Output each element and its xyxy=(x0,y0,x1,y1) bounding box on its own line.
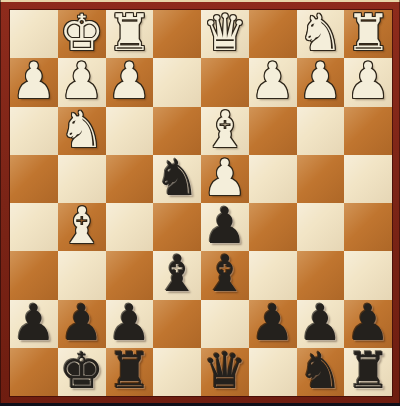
square-c5[interactable] xyxy=(249,203,297,251)
square-c7[interactable]: ♟ xyxy=(249,300,297,348)
white-pawn-piece[interactable]: ♟ xyxy=(11,58,56,106)
square-g1[interactable]: ♚ xyxy=(58,10,106,58)
square-h4[interactable] xyxy=(10,155,58,203)
white-knight-piece[interactable]: ♞ xyxy=(59,107,104,155)
square-e6[interactable]: ♝ xyxy=(153,251,201,299)
square-g4[interactable] xyxy=(58,155,106,203)
square-h8[interactable] xyxy=(10,348,58,396)
square-b6[interactable] xyxy=(297,251,345,299)
square-h7[interactable]: ♟ xyxy=(10,300,58,348)
square-c1[interactable] xyxy=(249,10,297,58)
board-frame: ♚♜♛♞♜♟♟♟♟♟♟♞♝♞♟♝♟♝♝♟♟♟♟♟♟♚♜♛♞♜ xyxy=(0,0,400,406)
white-rook-piece[interactable]: ♜ xyxy=(346,10,391,58)
black-pawn-piece[interactable]: ♟ xyxy=(11,300,56,348)
white-king-piece[interactable]: ♚ xyxy=(59,10,104,58)
square-h5[interactable] xyxy=(10,203,58,251)
square-a7[interactable]: ♟ xyxy=(344,300,392,348)
square-b2[interactable]: ♟ xyxy=(297,58,345,106)
square-b1[interactable]: ♞ xyxy=(297,10,345,58)
black-pawn-piece[interactable]: ♟ xyxy=(202,203,247,251)
square-f8[interactable]: ♜ xyxy=(106,348,154,396)
square-e3[interactable] xyxy=(153,107,201,155)
white-pawn-piece[interactable]: ♟ xyxy=(107,58,152,106)
black-pawn-piece[interactable]: ♟ xyxy=(250,300,295,348)
black-king-piece[interactable]: ♚ xyxy=(59,348,104,396)
white-bishop-piece[interactable]: ♝ xyxy=(59,203,104,251)
white-pawn-piece[interactable]: ♟ xyxy=(298,58,343,106)
black-rook-piece[interactable]: ♜ xyxy=(107,348,152,396)
square-d8[interactable]: ♛ xyxy=(201,348,249,396)
black-pawn-piece[interactable]: ♟ xyxy=(346,300,391,348)
white-bishop-piece[interactable]: ♝ xyxy=(202,107,247,155)
square-b4[interactable] xyxy=(297,155,345,203)
square-d6[interactable]: ♝ xyxy=(201,251,249,299)
square-d4[interactable]: ♟ xyxy=(201,155,249,203)
square-d1[interactable]: ♛ xyxy=(201,10,249,58)
black-bishop-piece[interactable]: ♝ xyxy=(155,251,200,299)
square-c3[interactable] xyxy=(249,107,297,155)
square-b7[interactable]: ♟ xyxy=(297,300,345,348)
black-bishop-piece[interactable]: ♝ xyxy=(202,251,247,299)
square-c4[interactable] xyxy=(249,155,297,203)
square-e2[interactable] xyxy=(153,58,201,106)
square-a2[interactable]: ♟ xyxy=(344,58,392,106)
black-pawn-piece[interactable]: ♟ xyxy=(298,300,343,348)
square-f1[interactable]: ♜ xyxy=(106,10,154,58)
black-pawn-piece[interactable]: ♟ xyxy=(107,300,152,348)
square-h1[interactable] xyxy=(10,10,58,58)
white-pawn-piece[interactable]: ♟ xyxy=(250,58,295,106)
square-d2[interactable] xyxy=(201,58,249,106)
square-f7[interactable]: ♟ xyxy=(106,300,154,348)
white-pawn-piece[interactable]: ♟ xyxy=(202,155,247,203)
white-pawn-piece[interactable]: ♟ xyxy=(346,58,391,106)
square-b3[interactable] xyxy=(297,107,345,155)
frame-top-edge xyxy=(0,0,400,2)
square-d7[interactable] xyxy=(201,300,249,348)
square-e8[interactable] xyxy=(153,348,201,396)
black-pawn-piece[interactable]: ♟ xyxy=(59,300,104,348)
square-f5[interactable] xyxy=(106,203,154,251)
square-e7[interactable] xyxy=(153,300,201,348)
square-g7[interactable]: ♟ xyxy=(58,300,106,348)
square-d3[interactable]: ♝ xyxy=(201,107,249,155)
square-f3[interactable] xyxy=(106,107,154,155)
white-pawn-piece[interactable]: ♟ xyxy=(59,58,104,106)
square-g2[interactable]: ♟ xyxy=(58,58,106,106)
square-e1[interactable] xyxy=(153,10,201,58)
square-h6[interactable] xyxy=(10,251,58,299)
black-knight-piece[interactable]: ♞ xyxy=(155,155,200,203)
chess-board[interactable]: ♚♜♛♞♜♟♟♟♟♟♟♞♝♞♟♝♟♝♝♟♟♟♟♟♟♚♜♛♞♜ xyxy=(10,10,392,396)
square-b8[interactable]: ♞ xyxy=(297,348,345,396)
square-d5[interactable]: ♟ xyxy=(201,203,249,251)
square-c2[interactable]: ♟ xyxy=(249,58,297,106)
square-a4[interactable] xyxy=(344,155,392,203)
square-f6[interactable] xyxy=(106,251,154,299)
square-b5[interactable] xyxy=(297,203,345,251)
square-h2[interactable]: ♟ xyxy=(10,58,58,106)
black-knight-piece[interactable]: ♞ xyxy=(298,348,343,396)
white-queen-piece[interactable]: ♛ xyxy=(202,10,247,58)
square-c8[interactable] xyxy=(249,348,297,396)
square-a5[interactable] xyxy=(344,203,392,251)
square-a3[interactable] xyxy=(344,107,392,155)
square-g5[interactable]: ♝ xyxy=(58,203,106,251)
square-e5[interactable] xyxy=(153,203,201,251)
square-f4[interactable] xyxy=(106,155,154,203)
frame-left-edge xyxy=(0,0,1,406)
square-f2[interactable]: ♟ xyxy=(106,58,154,106)
white-knight-piece[interactable]: ♞ xyxy=(298,10,343,58)
square-g6[interactable] xyxy=(58,251,106,299)
square-g8[interactable]: ♚ xyxy=(58,348,106,396)
square-g3[interactable]: ♞ xyxy=(58,107,106,155)
square-e4[interactable]: ♞ xyxy=(153,155,201,203)
square-c6[interactable] xyxy=(249,251,297,299)
square-h3[interactable] xyxy=(10,107,58,155)
square-a8[interactable]: ♜ xyxy=(344,348,392,396)
square-a1[interactable]: ♜ xyxy=(344,10,392,58)
white-rook-piece[interactable]: ♜ xyxy=(107,10,152,58)
black-queen-piece[interactable]: ♛ xyxy=(202,348,247,396)
square-a6[interactable] xyxy=(344,251,392,299)
black-rook-piece[interactable]: ♜ xyxy=(346,348,391,396)
